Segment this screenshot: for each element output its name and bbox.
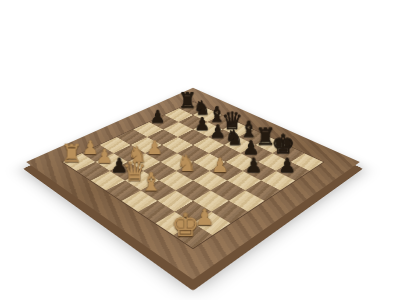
white-bishop-e2[interactable]: ♝ bbox=[134, 170, 166, 195]
white-pawn-f5[interactable]: ♟ bbox=[204, 155, 235, 175]
white-rook-a1[interactable]: ♜ bbox=[56, 141, 86, 165]
black-pawn-g6[interactable]: ♟ bbox=[238, 155, 269, 175]
board-walnut-border: ♜♞♝♛♝♜♚♟♟♞♟♟♟♟♟♟♞♞♟♟♟♛♝♟♜♚ bbox=[26, 88, 360, 280]
chess-board-3d: ♜♞♝♛♝♜♚♟♟♞♟♟♟♟♟♟♞♞♟♟♟♛♝♟♜♚ bbox=[26, 88, 360, 280]
product-photo-scene: ♜♞♝♛♝♜♚♟♟♞♟♟♟♟♟♟♞♞♟♟♟♛♝♟♜♚ bbox=[0, 0, 400, 300]
black-pawn-a6[interactable]: ♟ bbox=[144, 108, 171, 125]
white-king-h1[interactable]: ♚ bbox=[167, 208, 203, 240]
black-pawn-h7[interactable]: ♟ bbox=[271, 155, 302, 175]
white-knight-e4[interactable]: ♞ bbox=[171, 152, 202, 175]
